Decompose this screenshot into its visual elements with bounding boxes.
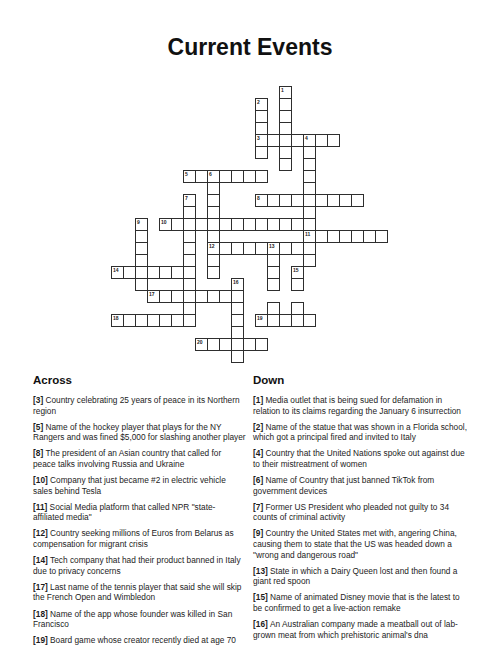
clue-number-label: [1] — [253, 395, 265, 405]
clue-number-label: [5] — [33, 422, 45, 432]
clue-down-7: [7] Former US President who pleaded not … — [253, 502, 469, 523]
clue-number: 15 — [293, 267, 299, 273]
clue-number-label: [12] — [33, 528, 50, 538]
clue-across-10: [10] Company that just became #2 in elec… — [33, 475, 246, 496]
down-clues-section: Down [1] Media outlet that is being sued… — [253, 374, 469, 646]
clue-down-4: [4] Country that the United Nations spok… — [253, 448, 469, 469]
clue-number: 14 — [113, 267, 119, 273]
clue-number: 7 — [185, 195, 188, 201]
clue-number-label: [13] — [253, 566, 270, 576]
clue-across-8: [8] The president of an Asian country th… — [33, 448, 246, 469]
grid-cell[interactable] — [375, 230, 388, 243]
clue-down-13: [13] State in which a Dairy Queen lost a… — [253, 566, 469, 587]
clue-number: 9 — [137, 219, 140, 225]
clue-down-15: [15] Name of animated Disney movie that … — [253, 592, 469, 613]
clue-number-label: [15] — [253, 592, 270, 602]
clue-number: 4 — [305, 135, 308, 141]
grid-cell[interactable] — [255, 338, 268, 351]
clue-down-16: [16] An Australian company made a meatba… — [253, 619, 469, 640]
clue-number: 8 — [257, 195, 260, 201]
clue-number: 11 — [305, 231, 310, 237]
clue-number-label: [16] — [253, 619, 270, 629]
clue-down-1: [1] Media outlet that is being sued for … — [253, 395, 469, 416]
clue-number: 18 — [113, 315, 119, 321]
clue-across-11: [11] Social Media platform that called N… — [33, 502, 246, 523]
clue-number: 2 — [257, 99, 260, 105]
grid-cell[interactable] — [351, 194, 364, 207]
down-header: Down — [253, 374, 469, 386]
clue-across-3: [3] Country celebrating 25 years of peac… — [33, 395, 246, 416]
clue-across-18: [18] Name of the app whose founder was k… — [33, 609, 246, 630]
clue-number-label: [9] — [253, 528, 265, 538]
clue-number-label: [10] — [33, 475, 50, 485]
clue-number: 3 — [257, 135, 260, 141]
clue-across-14: [14] Tech company that had their product… — [33, 555, 246, 576]
grid-cell[interactable] — [303, 254, 316, 267]
grid-cell[interactable] — [279, 158, 292, 171]
clue-number: 20 — [197, 339, 203, 345]
across-clues-section: Across [3] Country celebrating 25 years … — [33, 374, 246, 647]
crossword-grid: 1234567891011121314151617181920 — [111, 86, 388, 363]
clue-across-17: [17] Last name of the tennis player that… — [33, 582, 246, 603]
grid-cell[interactable] — [255, 146, 268, 159]
clue-across-12: [12] Country seeking millions of Euros f… — [33, 528, 246, 549]
grid-cell[interactable] — [183, 314, 196, 327]
clue-number-label: [4] — [253, 448, 265, 458]
clue-number: 5 — [185, 171, 188, 177]
clue-number: 12 — [209, 243, 215, 249]
grid-cell[interactable] — [267, 278, 280, 291]
clue-number-label: [7] — [253, 502, 265, 512]
clue-number: 13 — [269, 243, 275, 249]
clue-number-label: [19] — [33, 635, 50, 645]
grid-cell[interactable] — [231, 350, 244, 363]
clue-number: 16 — [233, 279, 239, 285]
clue-down-9: [9] Country the United States met with, … — [253, 528, 469, 560]
across-header: Across — [33, 374, 246, 386]
clue-number-label: [14] — [33, 555, 50, 565]
clue-number-label: [6] — [253, 475, 265, 485]
down-clue-list: [1] Media outlet that is being sued for … — [253, 395, 469, 640]
clue-down-6: [6] Name of Country that just banned Tik… — [253, 475, 469, 496]
across-clue-list: [3] Country celebrating 25 years of peac… — [33, 395, 246, 647]
grid-cell[interactable] — [303, 314, 316, 327]
clue-number: 6 — [209, 171, 212, 177]
clue-number: 19 — [257, 315, 263, 321]
clue-across-5: [5] Name of the hockey player that plays… — [33, 422, 246, 443]
clue-number-label: [8] — [33, 448, 45, 458]
clue-number: 10 — [161, 219, 167, 225]
clue-number-label: [17] — [33, 582, 50, 592]
grid-cell[interactable] — [291, 278, 304, 291]
clue-number-label: [18] — [33, 609, 50, 619]
clue-number-label: [2] — [253, 422, 265, 432]
grid-cell[interactable] — [255, 170, 268, 183]
clue-number-label: [3] — [33, 395, 45, 405]
clue-number-label: [11] — [33, 502, 50, 512]
grid-cell[interactable] — [327, 134, 340, 147]
grid-cell[interactable] — [207, 266, 220, 279]
clue-across-19: [19] Board game whose creator recently d… — [33, 635, 246, 646]
clue-number: 17 — [149, 291, 155, 297]
clue-number: 1 — [281, 87, 284, 93]
page-title: Current Events — [0, 34, 500, 61]
clue-down-2: [2] Name of the statue that was shown in… — [253, 422, 469, 443]
crossword-page: Current Events 1234567891011121314151617… — [0, 0, 500, 647]
